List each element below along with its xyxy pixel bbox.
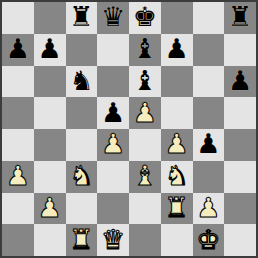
square-c6[interactable]: ♞ xyxy=(66,66,98,98)
square-b5[interactable] xyxy=(34,97,66,129)
square-a2[interactable] xyxy=(2,193,34,225)
white-pawn-piece[interactable]: ♟ xyxy=(101,130,125,157)
square-e2[interactable] xyxy=(129,193,161,225)
square-g7[interactable] xyxy=(193,34,225,66)
square-g4[interactable]: ♟ xyxy=(193,129,225,161)
white-rook-piece[interactable]: ♜ xyxy=(69,226,93,253)
square-f7[interactable]: ♟ xyxy=(161,34,193,66)
white-pawn-piece[interactable]: ♟ xyxy=(196,194,220,221)
square-e6[interactable]: ♝ xyxy=(129,66,161,98)
white-pawn-piece[interactable]: ♟ xyxy=(38,194,62,221)
square-h1[interactable] xyxy=(224,224,256,256)
square-b1[interactable] xyxy=(34,224,66,256)
square-f6[interactable] xyxy=(161,66,193,98)
square-f8[interactable] xyxy=(161,2,193,34)
square-a5[interactable] xyxy=(2,97,34,129)
square-h8[interactable]: ♜ xyxy=(224,2,256,34)
black-knight-piece[interactable]: ♞ xyxy=(69,67,93,94)
square-e4[interactable] xyxy=(129,129,161,161)
black-pawn-piece[interactable]: ♟ xyxy=(101,99,125,126)
square-h5[interactable] xyxy=(224,97,256,129)
square-b6[interactable] xyxy=(34,66,66,98)
square-g8[interactable] xyxy=(193,2,225,34)
square-g6[interactable] xyxy=(193,66,225,98)
black-pawn-piece[interactable]: ♟ xyxy=(196,130,220,157)
black-bishop-piece[interactable]: ♝ xyxy=(133,67,157,94)
square-a3[interactable]: ♟ xyxy=(2,161,34,193)
black-rook-piece[interactable]: ♜ xyxy=(228,3,252,30)
square-f1[interactable] xyxy=(161,224,193,256)
square-e8[interactable]: ♚ xyxy=(129,2,161,34)
square-d4[interactable]: ♟ xyxy=(97,129,129,161)
white-knight-piece[interactable]: ♞ xyxy=(69,162,93,189)
square-c5[interactable] xyxy=(66,97,98,129)
square-b8[interactable] xyxy=(34,2,66,34)
square-a4[interactable] xyxy=(2,129,34,161)
square-d3[interactable] xyxy=(97,161,129,193)
square-h4[interactable] xyxy=(224,129,256,161)
chess-board-frame: ♜♛♚♜♟♟♝♟♞♝♟♟♟♟♟♟♟♞♝♞♟♜♟♜♛♚ xyxy=(0,0,258,258)
square-b2[interactable]: ♟ xyxy=(34,193,66,225)
black-pawn-piece[interactable]: ♟ xyxy=(6,35,30,62)
black-king-piece[interactable]: ♚ xyxy=(133,3,157,30)
white-knight-piece[interactable]: ♞ xyxy=(165,162,189,189)
white-bishop-piece[interactable]: ♝ xyxy=(133,162,157,189)
black-bishop-piece[interactable]: ♝ xyxy=(133,35,157,62)
black-queen-piece[interactable]: ♛ xyxy=(101,3,125,30)
square-g5[interactable] xyxy=(193,97,225,129)
square-h7[interactable] xyxy=(224,34,256,66)
square-a6[interactable] xyxy=(2,66,34,98)
square-b4[interactable] xyxy=(34,129,66,161)
white-pawn-piece[interactable]: ♟ xyxy=(165,130,189,157)
square-b7[interactable]: ♟ xyxy=(34,34,66,66)
square-h2[interactable] xyxy=(224,193,256,225)
square-f3[interactable]: ♞ xyxy=(161,161,193,193)
square-c8[interactable]: ♜ xyxy=(66,2,98,34)
square-e7[interactable]: ♝ xyxy=(129,34,161,66)
square-e5[interactable]: ♟ xyxy=(129,97,161,129)
square-c3[interactable]: ♞ xyxy=(66,161,98,193)
square-c1[interactable]: ♜ xyxy=(66,224,98,256)
black-pawn-piece[interactable]: ♟ xyxy=(228,67,252,94)
black-pawn-piece[interactable]: ♟ xyxy=(165,35,189,62)
square-a8[interactable] xyxy=(2,2,34,34)
black-rook-piece[interactable]: ♜ xyxy=(69,3,93,30)
square-f2[interactable]: ♜ xyxy=(161,193,193,225)
square-g3[interactable] xyxy=(193,161,225,193)
square-g1[interactable]: ♚ xyxy=(193,224,225,256)
chess-board: ♜♛♚♜♟♟♝♟♞♝♟♟♟♟♟♟♟♞♝♞♟♜♟♜♛♚ xyxy=(2,2,256,256)
square-a7[interactable]: ♟ xyxy=(2,34,34,66)
square-f5[interactable] xyxy=(161,97,193,129)
square-b3[interactable] xyxy=(34,161,66,193)
white-pawn-piece[interactable]: ♟ xyxy=(133,99,157,126)
square-h6[interactable]: ♟ xyxy=(224,66,256,98)
white-queen-piece[interactable]: ♛ xyxy=(101,226,125,253)
square-f4[interactable]: ♟ xyxy=(161,129,193,161)
square-e1[interactable] xyxy=(129,224,161,256)
square-c7[interactable] xyxy=(66,34,98,66)
square-g2[interactable]: ♟ xyxy=(193,193,225,225)
square-d5[interactable]: ♟ xyxy=(97,97,129,129)
white-rook-piece[interactable]: ♜ xyxy=(165,194,189,221)
square-d1[interactable]: ♛ xyxy=(97,224,129,256)
square-c2[interactable] xyxy=(66,193,98,225)
square-c4[interactable] xyxy=(66,129,98,161)
square-h3[interactable] xyxy=(224,161,256,193)
black-pawn-piece[interactable]: ♟ xyxy=(38,35,62,62)
square-d6[interactable] xyxy=(97,66,129,98)
white-king-piece[interactable]: ♚ xyxy=(196,226,220,253)
square-e3[interactable]: ♝ xyxy=(129,161,161,193)
square-d7[interactable] xyxy=(97,34,129,66)
square-a1[interactable] xyxy=(2,224,34,256)
square-d2[interactable] xyxy=(97,193,129,225)
white-pawn-piece[interactable]: ♟ xyxy=(6,162,30,189)
square-d8[interactable]: ♛ xyxy=(97,2,129,34)
